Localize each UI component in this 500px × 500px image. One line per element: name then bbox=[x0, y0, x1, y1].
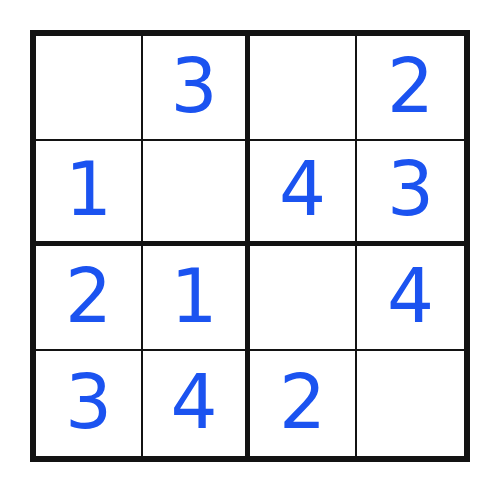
cell-r2c3: 4 bbox=[250, 141, 357, 246]
sudoku-board: 3 2 1 4 3 2 1 4 3 4 2 bbox=[30, 30, 470, 462]
cell-r1c2: 3 bbox=[143, 36, 250, 141]
cell-r3c1: 2 bbox=[36, 246, 143, 351]
cell-r2c1-digit: 1 bbox=[65, 152, 112, 226]
cell-r4c3-digit: 2 bbox=[279, 365, 326, 439]
cell-r3c4-digit: 4 bbox=[387, 259, 434, 333]
cell-r4c1: 3 bbox=[36, 351, 143, 456]
cell-r1c4-digit: 2 bbox=[387, 49, 434, 123]
cell-r2c4: 3 bbox=[357, 141, 464, 246]
cell-r3c1-digit: 2 bbox=[65, 259, 112, 333]
cell-r3c3[interactable] bbox=[250, 246, 357, 351]
cell-r2c2[interactable] bbox=[143, 141, 250, 246]
cell-r1c2-digit: 3 bbox=[170, 49, 217, 123]
cell-r3c2: 1 bbox=[143, 246, 250, 351]
cell-r4c3: 2 bbox=[250, 351, 357, 456]
cell-r4c1-digit: 3 bbox=[65, 365, 112, 439]
cell-r4c2-digit: 4 bbox=[170, 365, 217, 439]
cell-r1c1[interactable] bbox=[36, 36, 143, 141]
cell-r2c1: 1 bbox=[36, 141, 143, 246]
cell-r2c3-digit: 4 bbox=[279, 152, 326, 226]
cell-r3c2-digit: 1 bbox=[170, 259, 217, 333]
cell-r4c2: 4 bbox=[143, 351, 250, 456]
page-background: 3 2 1 4 3 2 1 4 3 4 2 bbox=[0, 0, 500, 500]
cell-r4c4[interactable] bbox=[357, 351, 464, 456]
cell-r1c3[interactable] bbox=[250, 36, 357, 141]
cell-r3c4: 4 bbox=[357, 246, 464, 351]
cell-r2c4-digit: 3 bbox=[387, 152, 434, 226]
cell-r1c4: 2 bbox=[357, 36, 464, 141]
